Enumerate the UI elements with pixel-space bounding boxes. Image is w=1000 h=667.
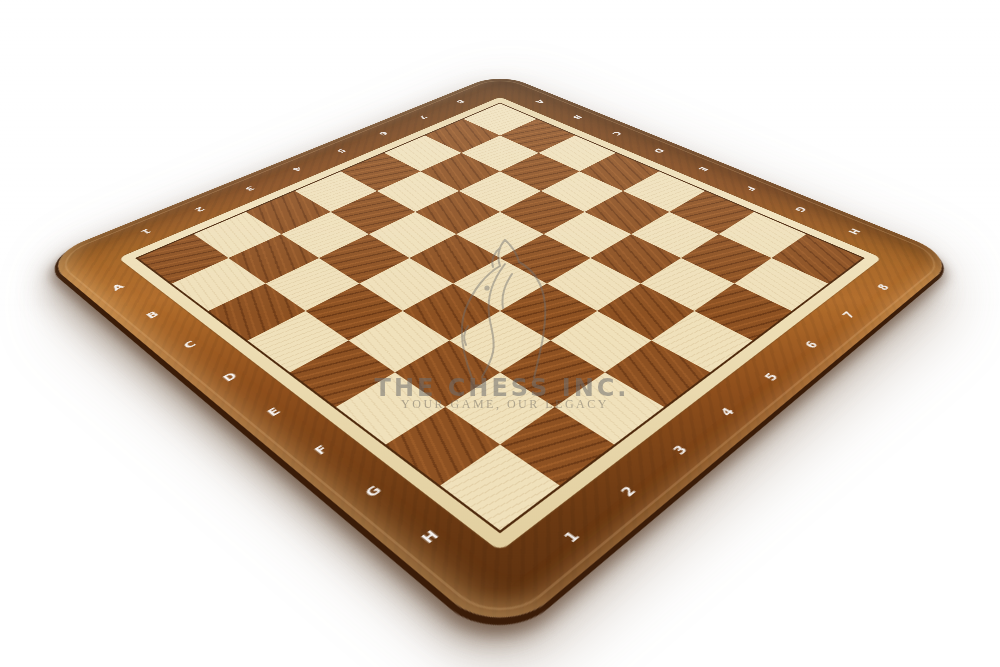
board-shadow-wrapper: AABBCCDDEEFFGGHH1122334455667788 <box>0 0 1000 667</box>
file-label-f-near: F <box>310 442 331 457</box>
rank-label-2-near: 2 <box>616 483 639 499</box>
file-label-d-near: D <box>219 370 240 384</box>
file-label-e-far: E <box>695 165 710 172</box>
file-label-a-near: A <box>109 282 126 292</box>
rank-label-6-far: 6 <box>376 130 390 136</box>
rank-label-7-far: 7 <box>416 114 429 120</box>
file-label-h-near: H <box>417 527 442 546</box>
rank-label-1-near: 1 <box>559 527 583 545</box>
rank-label-8-far: 8 <box>454 99 467 105</box>
file-label-b-near: B <box>143 309 161 320</box>
file-label-d-far: D <box>651 147 667 154</box>
file-label-a-far: A <box>533 99 547 105</box>
rank-label-3-far: 3 <box>242 185 257 193</box>
rank-label-2-far: 2 <box>192 205 207 213</box>
rank-label-6-near: 6 <box>801 339 821 351</box>
chessboard-product-photo: AABBCCDDEEFFGGHH1122334455667788 THE CHE… <box>0 0 1000 667</box>
file-label-e-near: E <box>263 405 283 419</box>
rank-label-4-far: 4 <box>290 165 304 172</box>
file-label-b-far: B <box>570 114 584 120</box>
file-label-g-near: G <box>361 482 385 499</box>
rank-label-4-near: 4 <box>716 405 738 419</box>
chessboard: AABBCCDDEEFFGGHH1122334455667788 <box>42 73 958 641</box>
file-label-g-far: G <box>792 205 810 214</box>
file-label-c-far: C <box>609 130 624 136</box>
rank-label-5-far: 5 <box>334 147 348 154</box>
rank-label-1-far: 1 <box>138 227 153 236</box>
file-label-f-far: F <box>742 185 758 192</box>
playing-field <box>135 103 865 534</box>
rank-label-7-near: 7 <box>838 309 858 320</box>
file-label-h-far: H <box>845 227 863 236</box>
rank-label-8-near: 8 <box>873 282 892 292</box>
rank-label-5-near: 5 <box>760 370 781 383</box>
file-label-c-near: C <box>180 338 198 350</box>
rank-label-3-near: 3 <box>668 442 690 457</box>
